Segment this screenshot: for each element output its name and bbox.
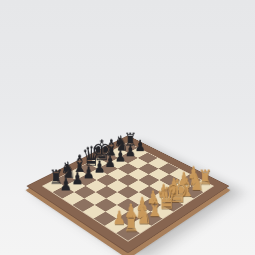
product-photo: ♚♛♝♞♜♟ ♜♞♟♝♟♚♟♛♟♝♟♞♟♟♜♟♟♜♟♟♞♟♝♟♚♟♛♟♝♟♞♜ bbox=[0, 0, 255, 255]
white-rook-icon: ♜ bbox=[121, 212, 139, 234]
piece-lineup: ♚♛♝♞♜♟ bbox=[0, 0, 255, 110]
board-scene: ♜♞♟♝♟♚♟♛♟♝♟♞♟♟♜♟♟♜♟♟♞♟♝♟♚♟♛♟♝♟♞♜ bbox=[0, 116, 255, 255]
black-pawn-icon: ♟ bbox=[58, 176, 72, 193]
chess-board: ♜♞♟♝♟♚♟♛♟♝♟♞♟♟♜♟♟♜♟♟♞♟♝♟♚♟♛♟♝♟♞♜ bbox=[26, 135, 230, 253]
